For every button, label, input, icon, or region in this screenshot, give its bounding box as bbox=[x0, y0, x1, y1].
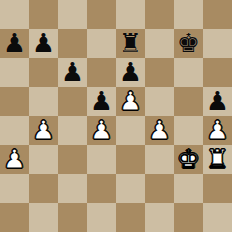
piece-black-pawn[interactable]: ♟ bbox=[206, 87, 229, 116]
square-f1[interactable] bbox=[145, 203, 174, 232]
square-g4[interactable] bbox=[174, 116, 203, 145]
piece-white-pawn[interactable]: ♟ bbox=[90, 116, 113, 145]
piece-white-pawn[interactable]: ♟ bbox=[119, 87, 142, 116]
square-c8[interactable] bbox=[58, 0, 87, 29]
piece-black-rook[interactable]: ♜ bbox=[119, 29, 142, 58]
square-g6[interactable] bbox=[174, 58, 203, 87]
square-e1[interactable] bbox=[116, 203, 145, 232]
square-h3[interactable]: ♜ bbox=[203, 145, 232, 174]
square-h5[interactable]: ♟ bbox=[203, 87, 232, 116]
square-c4[interactable] bbox=[58, 116, 87, 145]
piece-white-pawn[interactable]: ♟ bbox=[148, 116, 171, 145]
square-d2[interactable] bbox=[87, 174, 116, 203]
piece-black-pawn[interactable]: ♟ bbox=[90, 87, 113, 116]
square-g5[interactable] bbox=[174, 87, 203, 116]
piece-black-king[interactable]: ♚ bbox=[177, 29, 200, 58]
square-e6[interactable]: ♟ bbox=[116, 58, 145, 87]
square-f3[interactable] bbox=[145, 145, 174, 174]
square-c1[interactable] bbox=[58, 203, 87, 232]
square-g7[interactable]: ♚ bbox=[174, 29, 203, 58]
piece-black-pawn[interactable]: ♟ bbox=[32, 29, 55, 58]
square-h4[interactable]: ♟ bbox=[203, 116, 232, 145]
square-a3[interactable]: ♟ bbox=[0, 145, 29, 174]
square-h1[interactable] bbox=[203, 203, 232, 232]
square-d1[interactable] bbox=[87, 203, 116, 232]
square-a5[interactable] bbox=[0, 87, 29, 116]
square-g3[interactable]: ♚ bbox=[174, 145, 203, 174]
square-f6[interactable] bbox=[145, 58, 174, 87]
square-c3[interactable] bbox=[58, 145, 87, 174]
square-c5[interactable] bbox=[58, 87, 87, 116]
square-d8[interactable] bbox=[87, 0, 116, 29]
square-c2[interactable] bbox=[58, 174, 87, 203]
square-b8[interactable] bbox=[29, 0, 58, 29]
square-e5[interactable]: ♟ bbox=[116, 87, 145, 116]
chess-board: ♟♟♜♚♟♟♟♟♟♟♟♟♟♟♚♜ bbox=[0, 0, 232, 232]
square-h6[interactable] bbox=[203, 58, 232, 87]
square-b5[interactable] bbox=[29, 87, 58, 116]
square-d4[interactable]: ♟ bbox=[87, 116, 116, 145]
piece-black-pawn[interactable]: ♟ bbox=[3, 29, 26, 58]
piece-white-pawn[interactable]: ♟ bbox=[3, 145, 26, 174]
square-f5[interactable] bbox=[145, 87, 174, 116]
square-g2[interactable] bbox=[174, 174, 203, 203]
piece-white-pawn[interactable]: ♟ bbox=[32, 116, 55, 145]
square-f4[interactable]: ♟ bbox=[145, 116, 174, 145]
square-b3[interactable] bbox=[29, 145, 58, 174]
square-e3[interactable] bbox=[116, 145, 145, 174]
square-a4[interactable] bbox=[0, 116, 29, 145]
piece-black-pawn[interactable]: ♟ bbox=[61, 58, 84, 87]
piece-white-king[interactable]: ♚ bbox=[177, 145, 200, 174]
square-d7[interactable] bbox=[87, 29, 116, 58]
square-c6[interactable]: ♟ bbox=[58, 58, 87, 87]
piece-white-pawn[interactable]: ♟ bbox=[206, 116, 229, 145]
square-c7[interactable] bbox=[58, 29, 87, 58]
square-a6[interactable] bbox=[0, 58, 29, 87]
square-e8[interactable] bbox=[116, 0, 145, 29]
square-e4[interactable] bbox=[116, 116, 145, 145]
square-a8[interactable] bbox=[0, 0, 29, 29]
square-b4[interactable]: ♟ bbox=[29, 116, 58, 145]
square-g8[interactable] bbox=[174, 0, 203, 29]
square-e2[interactable] bbox=[116, 174, 145, 203]
piece-white-rook[interactable]: ♜ bbox=[206, 145, 229, 174]
square-a2[interactable] bbox=[0, 174, 29, 203]
square-d6[interactable] bbox=[87, 58, 116, 87]
square-d3[interactable] bbox=[87, 145, 116, 174]
square-a1[interactable] bbox=[0, 203, 29, 232]
square-f2[interactable] bbox=[145, 174, 174, 203]
square-h2[interactable] bbox=[203, 174, 232, 203]
square-h7[interactable] bbox=[203, 29, 232, 58]
square-a7[interactable]: ♟ bbox=[0, 29, 29, 58]
square-b7[interactable]: ♟ bbox=[29, 29, 58, 58]
piece-black-pawn[interactable]: ♟ bbox=[119, 58, 142, 87]
square-g1[interactable] bbox=[174, 203, 203, 232]
square-h8[interactable] bbox=[203, 0, 232, 29]
square-d5[interactable]: ♟ bbox=[87, 87, 116, 116]
square-b2[interactable] bbox=[29, 174, 58, 203]
square-f7[interactable] bbox=[145, 29, 174, 58]
square-e7[interactable]: ♜ bbox=[116, 29, 145, 58]
square-f8[interactable] bbox=[145, 0, 174, 29]
square-b6[interactable] bbox=[29, 58, 58, 87]
square-b1[interactable] bbox=[29, 203, 58, 232]
